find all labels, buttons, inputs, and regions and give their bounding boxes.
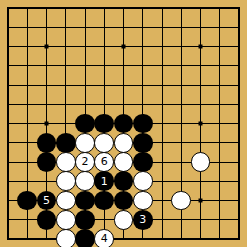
white-stone — [56, 171, 76, 191]
black-stone — [114, 171, 134, 191]
go-board-diagram: 261534 — [0, 0, 247, 247]
move-number-label: 6 — [101, 156, 108, 167]
black-stone — [94, 114, 114, 134]
white-stone — [114, 133, 134, 153]
white-stone: 2 — [75, 152, 95, 172]
white-stone — [114, 210, 134, 230]
white-stone — [133, 171, 153, 191]
black-stone — [75, 114, 95, 134]
black-stone — [94, 191, 114, 211]
black-stone — [114, 191, 134, 211]
white-stone — [75, 171, 95, 191]
move-number-label: 2 — [81, 156, 88, 167]
move-number-label: 4 — [101, 233, 108, 244]
black-stone — [75, 229, 95, 247]
white-stone: 6 — [94, 152, 114, 172]
stones-layer: 261534 — [0, 0, 247, 247]
black-stone: 1 — [94, 171, 114, 191]
white-stone — [133, 191, 153, 211]
black-stone: 3 — [133, 210, 153, 230]
white-stone — [56, 191, 76, 211]
white-stone — [56, 229, 76, 247]
move-number-label: 5 — [43, 195, 50, 206]
white-stone: 4 — [94, 229, 114, 247]
black-stone — [133, 114, 153, 134]
white-stone — [191, 152, 211, 172]
move-number-label: 3 — [139, 214, 146, 225]
black-stone — [37, 133, 57, 153]
black-stone: 5 — [37, 191, 57, 211]
black-stone — [17, 191, 37, 211]
black-stone — [75, 210, 95, 230]
black-stone — [133, 152, 153, 172]
white-stone — [114, 152, 134, 172]
black-stone — [37, 210, 57, 230]
black-stone — [56, 133, 76, 153]
white-stone — [56, 152, 76, 172]
move-number-label: 1 — [101, 176, 108, 187]
white-stone — [56, 210, 76, 230]
black-stone — [133, 133, 153, 153]
black-stone — [114, 114, 134, 134]
white-stone — [94, 133, 114, 153]
black-stone — [75, 191, 95, 211]
black-stone — [37, 152, 57, 172]
white-stone — [75, 133, 95, 153]
white-stone — [171, 191, 191, 211]
